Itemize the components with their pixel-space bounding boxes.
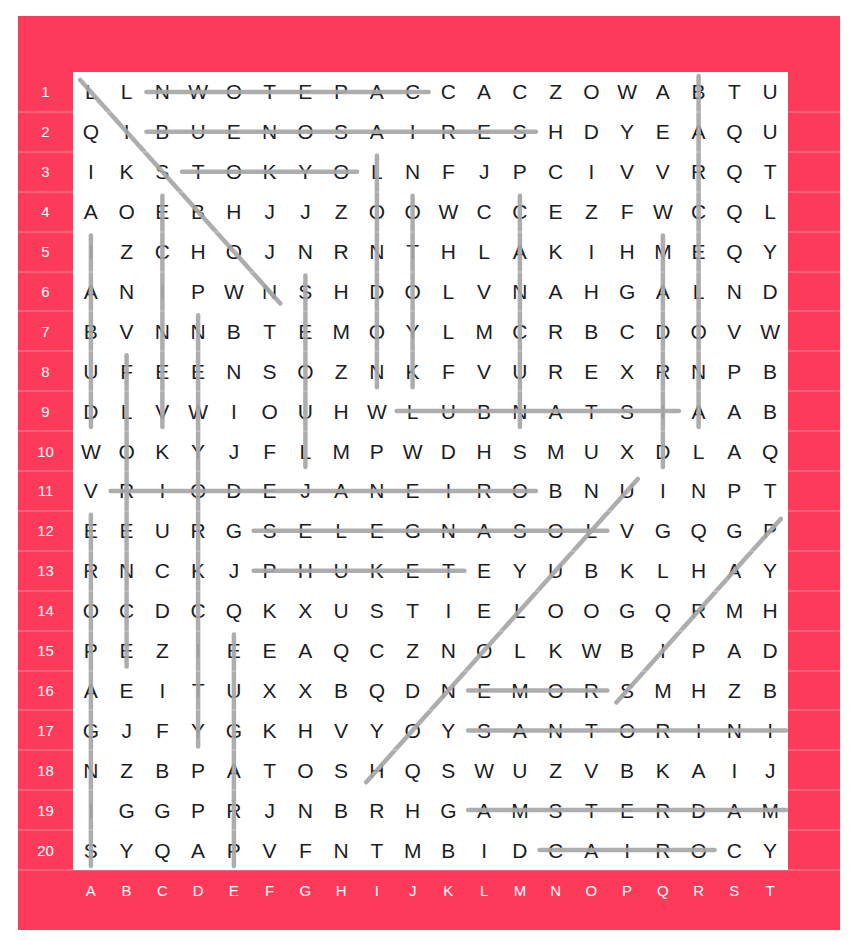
- grid-cell-Q10[interactable]: D: [645, 431, 681, 471]
- grid-cell-E9[interactable]: I: [216, 391, 252, 431]
- grid-cell-A16[interactable]: A: [73, 671, 109, 711]
- grid-cell-N13[interactable]: U: [538, 551, 574, 591]
- grid-cell-N18[interactable]: Z: [538, 750, 574, 790]
- grid-cell-Q6[interactable]: A: [645, 272, 681, 312]
- grid-cell-B19[interactable]: G: [109, 790, 145, 830]
- grid-cell-P8[interactable]: X: [609, 351, 645, 391]
- grid-cell-G13[interactable]: H: [288, 551, 324, 591]
- grid-cell-M6[interactable]: N: [502, 272, 538, 312]
- grid-cell-O20[interactable]: A: [574, 830, 610, 870]
- grid-cell-T11[interactable]: T: [752, 471, 788, 511]
- grid-cell-O2[interactable]: D: [574, 112, 610, 152]
- grid-cell-O3[interactable]: I: [574, 152, 610, 192]
- grid-cell-H15[interactable]: Q: [323, 631, 359, 671]
- grid-cell-K3[interactable]: F: [431, 152, 467, 192]
- grid-cell-M1[interactable]: C: [502, 72, 538, 112]
- grid-cell-G6[interactable]: S: [288, 272, 324, 312]
- grid-cell-D19[interactable]: P: [180, 790, 216, 830]
- grid-cell-A3[interactable]: I: [73, 152, 109, 192]
- grid-cell-O12[interactable]: L: [574, 511, 610, 551]
- grid-cell-S8[interactable]: P: [717, 351, 753, 391]
- grid-cell-B20[interactable]: Y: [109, 830, 145, 870]
- grid-cell-C16[interactable]: I: [145, 671, 181, 711]
- grid-cell-K10[interactable]: D: [431, 431, 467, 471]
- grid-cell-A15[interactable]: P: [73, 631, 109, 671]
- grid-cell-Q4[interactable]: W: [645, 192, 681, 232]
- grid-cell-J19[interactable]: H: [395, 790, 431, 830]
- grid-cell-S14[interactable]: M: [717, 591, 753, 631]
- grid-cell-B17[interactable]: J: [109, 710, 145, 750]
- grid-cell-E2[interactable]: E: [216, 112, 252, 152]
- grid-cell-Q9[interactable]: I: [645, 391, 681, 431]
- grid-cell-J6[interactable]: O: [395, 272, 431, 312]
- grid-cell-T5[interactable]: Y: [752, 232, 788, 272]
- grid-cell-S3[interactable]: Q: [717, 152, 753, 192]
- grid-cell-C4[interactable]: E: [145, 192, 181, 232]
- grid-cell-R14[interactable]: R: [681, 591, 717, 631]
- grid-cell-O9[interactable]: T: [574, 391, 610, 431]
- grid-cell-N2[interactable]: H: [538, 112, 574, 152]
- grid-cell-D16[interactable]: T: [180, 671, 216, 711]
- grid-cell-F8[interactable]: S: [252, 351, 288, 391]
- grid-cell-D4[interactable]: B: [180, 192, 216, 232]
- grid-cell-A2[interactable]: Q: [73, 112, 109, 152]
- grid-cell-G17[interactable]: H: [288, 710, 324, 750]
- grid-cell-O1[interactable]: O: [574, 72, 610, 112]
- grid-cell-K1[interactable]: C: [431, 72, 467, 112]
- grid-cell-F12[interactable]: S: [252, 511, 288, 551]
- grid-cell-M13[interactable]: Y: [502, 551, 538, 591]
- grid-cell-G7[interactable]: E: [288, 311, 324, 351]
- grid-cell-T12[interactable]: P: [752, 511, 788, 551]
- grid-cell-R12[interactable]: Q: [681, 511, 717, 551]
- grid-cell-N11[interactable]: B: [538, 471, 574, 511]
- grid-cell-B10[interactable]: O: [109, 431, 145, 471]
- grid-cell-N12[interactable]: O: [538, 511, 574, 551]
- grid-cell-F10[interactable]: F: [252, 431, 288, 471]
- grid-cell-G19[interactable]: N: [288, 790, 324, 830]
- grid-cell-D7[interactable]: N: [180, 311, 216, 351]
- grid-cell-T1[interactable]: U: [752, 72, 788, 112]
- grid-cell-J5[interactable]: T: [395, 232, 431, 272]
- grid-cell-K15[interactable]: N: [431, 631, 467, 671]
- grid-cell-O15[interactable]: W: [574, 631, 610, 671]
- grid-cell-J11[interactable]: E: [395, 471, 431, 511]
- grid-cell-A8[interactable]: U: [73, 351, 109, 391]
- grid-cell-Q19[interactable]: R: [645, 790, 681, 830]
- grid-cell-F15[interactable]: E: [252, 631, 288, 671]
- grid-cell-P20[interactable]: I: [609, 830, 645, 870]
- grid-cell-O18[interactable]: V: [574, 750, 610, 790]
- grid-cell-E6[interactable]: W: [216, 272, 252, 312]
- grid-cell-I18[interactable]: H: [359, 750, 395, 790]
- grid-cell-Q13[interactable]: L: [645, 551, 681, 591]
- grid-cell-F2[interactable]: N: [252, 112, 288, 152]
- grid-cell-L2[interactable]: E: [466, 112, 502, 152]
- grid-cell-N17[interactable]: N: [538, 710, 574, 750]
- grid-cell-H7[interactable]: M: [323, 311, 359, 351]
- grid-cell-J9[interactable]: L: [395, 391, 431, 431]
- grid-cell-E13[interactable]: J: [216, 551, 252, 591]
- grid-cell-N1[interactable]: Z: [538, 72, 574, 112]
- grid-cell-H19[interactable]: B: [323, 790, 359, 830]
- grid-cell-K13[interactable]: T: [431, 551, 467, 591]
- grid-cell-N19[interactable]: S: [538, 790, 574, 830]
- grid-cell-I15[interactable]: C: [359, 631, 395, 671]
- grid-cell-G11[interactable]: J: [288, 471, 324, 511]
- grid-cell-R1[interactable]: B: [681, 72, 717, 112]
- grid-cell-J16[interactable]: D: [395, 671, 431, 711]
- grid-cell-M5[interactable]: A: [502, 232, 538, 272]
- grid-cell-R16[interactable]: H: [681, 671, 717, 711]
- grid-cell-A18[interactable]: N: [73, 750, 109, 790]
- grid-cell-B11[interactable]: R: [109, 471, 145, 511]
- grid-cell-L20[interactable]: I: [466, 830, 502, 870]
- grid-cell-B6[interactable]: N: [109, 272, 145, 312]
- grid-cell-A17[interactable]: G: [73, 710, 109, 750]
- grid-cell-R17[interactable]: I: [681, 710, 717, 750]
- grid-cell-C20[interactable]: Q: [145, 830, 181, 870]
- grid-cell-M18[interactable]: U: [502, 750, 538, 790]
- grid-cell-F17[interactable]: K: [252, 710, 288, 750]
- grid-cell-R4[interactable]: C: [681, 192, 717, 232]
- grid-cell-P9[interactable]: S: [609, 391, 645, 431]
- grid-cell-L17[interactable]: S: [466, 710, 502, 750]
- grid-cell-I20[interactable]: T: [359, 830, 395, 870]
- grid-cell-B7[interactable]: V: [109, 311, 145, 351]
- grid-cell-N9[interactable]: A: [538, 391, 574, 431]
- grid-cell-N10[interactable]: M: [538, 431, 574, 471]
- grid-cell-J2[interactable]: I: [395, 112, 431, 152]
- grid-cell-I11[interactable]: N: [359, 471, 395, 511]
- grid-cell-A10[interactable]: W: [73, 431, 109, 471]
- grid-cell-I13[interactable]: K: [359, 551, 395, 591]
- grid-cell-H11[interactable]: A: [323, 471, 359, 511]
- grid-cell-N16[interactable]: O: [538, 671, 574, 711]
- grid-cell-I1[interactable]: A: [359, 72, 395, 112]
- grid-cell-O17[interactable]: T: [574, 710, 610, 750]
- grid-cell-P16[interactable]: S: [609, 671, 645, 711]
- grid-cell-L9[interactable]: B: [466, 391, 502, 431]
- grid-cell-I4[interactable]: O: [359, 192, 395, 232]
- grid-cell-L19[interactable]: A: [466, 790, 502, 830]
- grid-cell-O19[interactable]: T: [574, 790, 610, 830]
- grid-cell-I16[interactable]: Q: [359, 671, 395, 711]
- grid-cell-R15[interactable]: P: [681, 631, 717, 671]
- grid-cell-F9[interactable]: O: [252, 391, 288, 431]
- grid-cell-S4[interactable]: Q: [717, 192, 753, 232]
- grid-cell-O10[interactable]: U: [574, 431, 610, 471]
- grid-cell-S18[interactable]: I: [717, 750, 753, 790]
- grid-cell-P6[interactable]: G: [609, 272, 645, 312]
- grid-cell-L12[interactable]: A: [466, 511, 502, 551]
- grid-cell-J4[interactable]: O: [395, 192, 431, 232]
- grid-cell-M12[interactable]: S: [502, 511, 538, 551]
- grid-cell-K2[interactable]: R: [431, 112, 467, 152]
- grid-cell-H9[interactable]: H: [323, 391, 359, 431]
- grid-cell-N5[interactable]: K: [538, 232, 574, 272]
- grid-cell-A12[interactable]: E: [73, 511, 109, 551]
- grid-cell-E8[interactable]: N: [216, 351, 252, 391]
- grid-cell-F20[interactable]: V: [252, 830, 288, 870]
- grid-cell-H18[interactable]: S: [323, 750, 359, 790]
- grid-cell-T2[interactable]: U: [752, 112, 788, 152]
- grid-cell-O13[interactable]: B: [574, 551, 610, 591]
- grid-cell-P2[interactable]: Y: [609, 112, 645, 152]
- grid-cell-B1[interactable]: L: [109, 72, 145, 112]
- grid-cell-M10[interactable]: S: [502, 431, 538, 471]
- grid-cell-T15[interactable]: D: [752, 631, 788, 671]
- grid-cell-J17[interactable]: O: [395, 710, 431, 750]
- grid-cell-O14[interactable]: O: [574, 591, 610, 631]
- grid-cell-B4[interactable]: O: [109, 192, 145, 232]
- grid-cell-B15[interactable]: E: [109, 631, 145, 671]
- grid-cell-H12[interactable]: L: [323, 511, 359, 551]
- grid-cell-P3[interactable]: V: [609, 152, 645, 192]
- grid-cell-K11[interactable]: I: [431, 471, 467, 511]
- grid-cell-T16[interactable]: B: [752, 671, 788, 711]
- grid-cell-S20[interactable]: C: [717, 830, 753, 870]
- grid-cell-J8[interactable]: K: [395, 351, 431, 391]
- grid-cell-O8[interactable]: E: [574, 351, 610, 391]
- grid-cell-B13[interactable]: N: [109, 551, 145, 591]
- grid-cell-M4[interactable]: C: [502, 192, 538, 232]
- grid-cell-O16[interactable]: R: [574, 671, 610, 711]
- grid-cell-K5[interactable]: H: [431, 232, 467, 272]
- grid-cell-I6[interactable]: D: [359, 272, 395, 312]
- grid-cell-E11[interactable]: D: [216, 471, 252, 511]
- grid-cell-D11[interactable]: O: [180, 471, 216, 511]
- grid-cell-B5[interactable]: Z: [109, 232, 145, 272]
- grid-cell-G10[interactable]: L: [288, 431, 324, 471]
- grid-cell-F3[interactable]: K: [252, 152, 288, 192]
- grid-cell-I7[interactable]: O: [359, 311, 395, 351]
- grid-cell-M14[interactable]: L: [502, 591, 538, 631]
- grid-cell-T9[interactable]: B: [752, 391, 788, 431]
- grid-cell-P12[interactable]: V: [609, 511, 645, 551]
- grid-cell-H4[interactable]: Z: [323, 192, 359, 232]
- grid-cell-Q17[interactable]: R: [645, 710, 681, 750]
- grid-cell-D17[interactable]: Y: [180, 710, 216, 750]
- grid-cell-J3[interactable]: N: [395, 152, 431, 192]
- grid-cell-S1[interactable]: T: [717, 72, 753, 112]
- grid-cell-D10[interactable]: Y: [180, 431, 216, 471]
- grid-cell-E17[interactable]: G: [216, 710, 252, 750]
- grid-cell-S6[interactable]: N: [717, 272, 753, 312]
- grid-cell-P5[interactable]: H: [609, 232, 645, 272]
- grid-cell-E18[interactable]: A: [216, 750, 252, 790]
- grid-cell-T20[interactable]: Y: [752, 830, 788, 870]
- grid-cell-L13[interactable]: E: [466, 551, 502, 591]
- grid-cell-N20[interactable]: C: [538, 830, 574, 870]
- grid-cell-T13[interactable]: Y: [752, 551, 788, 591]
- grid-cell-T19[interactable]: M: [752, 790, 788, 830]
- grid-cell-R19[interactable]: D: [681, 790, 717, 830]
- grid-cell-F7[interactable]: T: [252, 311, 288, 351]
- grid-cell-E1[interactable]: O: [216, 72, 252, 112]
- grid-cell-R13[interactable]: H: [681, 551, 717, 591]
- grid-cell-M17[interactable]: A: [502, 710, 538, 750]
- grid-cell-T10[interactable]: Q: [752, 431, 788, 471]
- grid-cell-S10[interactable]: A: [717, 431, 753, 471]
- grid-cell-R20[interactable]: O: [681, 830, 717, 870]
- grid-cell-T14[interactable]: H: [752, 591, 788, 631]
- grid-cell-G1[interactable]: E: [288, 72, 324, 112]
- grid-cell-P14[interactable]: G: [609, 591, 645, 631]
- grid-cell-I2[interactable]: A: [359, 112, 395, 152]
- grid-cell-K8[interactable]: F: [431, 351, 467, 391]
- grid-cell-N6[interactable]: A: [538, 272, 574, 312]
- grid-cell-S13[interactable]: A: [717, 551, 753, 591]
- grid-cell-B14[interactable]: C: [109, 591, 145, 631]
- grid-cell-F19[interactable]: J: [252, 790, 288, 830]
- grid-cell-H14[interactable]: U: [323, 591, 359, 631]
- grid-cell-P10[interactable]: X: [609, 431, 645, 471]
- grid-cell-H5[interactable]: R: [323, 232, 359, 272]
- grid-cell-P4[interactable]: F: [609, 192, 645, 232]
- grid-cell-E3[interactable]: O: [216, 152, 252, 192]
- grid-cell-H6[interactable]: H: [323, 272, 359, 312]
- grid-cell-N4[interactable]: E: [538, 192, 574, 232]
- grid-cell-M7[interactable]: C: [502, 311, 538, 351]
- grid-cell-B18[interactable]: Z: [109, 750, 145, 790]
- grid-cell-S17[interactable]: N: [717, 710, 753, 750]
- grid-cell-S16[interactable]: Z: [717, 671, 753, 711]
- grid-cell-B8[interactable]: F: [109, 351, 145, 391]
- grid-cell-H1[interactable]: P: [323, 72, 359, 112]
- grid-cell-G14[interactable]: X: [288, 591, 324, 631]
- grid-cell-R9[interactable]: A: [681, 391, 717, 431]
- grid-cell-F6[interactable]: N: [252, 272, 288, 312]
- grid-cell-S5[interactable]: Q: [717, 232, 753, 272]
- grid-cell-Q1[interactable]: A: [645, 72, 681, 112]
- grid-cell-R3[interactable]: R: [681, 152, 717, 192]
- grid-cell-S9[interactable]: A: [717, 391, 753, 431]
- grid-cell-C13[interactable]: C: [145, 551, 181, 591]
- grid-cell-E7[interactable]: B: [216, 311, 252, 351]
- grid-cell-A5[interactable]: I: [73, 232, 109, 272]
- grid-cell-C17[interactable]: F: [145, 710, 181, 750]
- grid-cell-D6[interactable]: P: [180, 272, 216, 312]
- grid-cell-A11[interactable]: V: [73, 471, 109, 511]
- grid-cell-H8[interactable]: Z: [323, 351, 359, 391]
- grid-cell-L14[interactable]: E: [466, 591, 502, 631]
- grid-cell-K17[interactable]: Y: [431, 710, 467, 750]
- grid-cell-J1[interactable]: C: [395, 72, 431, 112]
- grid-cell-O6[interactable]: H: [574, 272, 610, 312]
- grid-cell-E10[interactable]: J: [216, 431, 252, 471]
- grid-cell-I12[interactable]: E: [359, 511, 395, 551]
- grid-cell-A9[interactable]: D: [73, 391, 109, 431]
- grid-cell-O5[interactable]: I: [574, 232, 610, 272]
- grid-cell-B16[interactable]: E: [109, 671, 145, 711]
- grid-cell-E16[interactable]: U: [216, 671, 252, 711]
- grid-cell-M15[interactable]: L: [502, 631, 538, 671]
- grid-cell-H2[interactable]: S: [323, 112, 359, 152]
- grid-cell-K20[interactable]: B: [431, 830, 467, 870]
- grid-cell-P1[interactable]: W: [609, 72, 645, 112]
- grid-cell-M8[interactable]: U: [502, 351, 538, 391]
- grid-cell-D1[interactable]: W: [180, 72, 216, 112]
- grid-cell-N7[interactable]: R: [538, 311, 574, 351]
- grid-cell-D20[interactable]: A: [180, 830, 216, 870]
- grid-cell-J10[interactable]: W: [395, 431, 431, 471]
- grid-cell-J13[interactable]: E: [395, 551, 431, 591]
- grid-cell-H10[interactable]: M: [323, 431, 359, 471]
- grid-cell-Q5[interactable]: M: [645, 232, 681, 272]
- grid-cell-I9[interactable]: W: [359, 391, 395, 431]
- grid-cell-L18[interactable]: W: [466, 750, 502, 790]
- grid-cell-R18[interactable]: A: [681, 750, 717, 790]
- grid-cell-L15[interactable]: O: [466, 631, 502, 671]
- grid-cell-J15[interactable]: Z: [395, 631, 431, 671]
- grid-cell-R7[interactable]: O: [681, 311, 717, 351]
- grid-cell-D14[interactable]: C: [180, 591, 216, 631]
- grid-cell-T7[interactable]: W: [752, 311, 788, 351]
- grid-cell-K9[interactable]: U: [431, 391, 467, 431]
- grid-cell-R2[interactable]: A: [681, 112, 717, 152]
- grid-cell-C3[interactable]: S: [145, 152, 181, 192]
- grid-cell-N15[interactable]: K: [538, 631, 574, 671]
- grid-cell-D9[interactable]: W: [180, 391, 216, 431]
- grid-cell-F13[interactable]: P: [252, 551, 288, 591]
- grid-cell-B9[interactable]: L: [109, 391, 145, 431]
- grid-cell-E15[interactable]: E: [216, 631, 252, 671]
- grid-cell-G2[interactable]: O: [288, 112, 324, 152]
- grid-cell-Q8[interactable]: R: [645, 351, 681, 391]
- grid-cell-J14[interactable]: T: [395, 591, 431, 631]
- grid-cell-Q2[interactable]: E: [645, 112, 681, 152]
- grid-cell-F14[interactable]: K: [252, 591, 288, 631]
- grid-cell-C14[interactable]: D: [145, 591, 181, 631]
- grid-cell-J7[interactable]: Y: [395, 311, 431, 351]
- grid-cell-A1[interactable]: L: [73, 72, 109, 112]
- grid-cell-O11[interactable]: N: [574, 471, 610, 511]
- grid-cell-D12[interactable]: R: [180, 511, 216, 551]
- grid-cell-I14[interactable]: S: [359, 591, 395, 631]
- grid-cell-B3[interactable]: K: [109, 152, 145, 192]
- grid-cell-L5[interactable]: L: [466, 232, 502, 272]
- grid-cell-S2[interactable]: Q: [717, 112, 753, 152]
- grid-cell-L3[interactable]: J: [466, 152, 502, 192]
- grid-cell-B12[interactable]: E: [109, 511, 145, 551]
- grid-cell-D3[interactable]: T: [180, 152, 216, 192]
- grid-cell-D13[interactable]: K: [180, 551, 216, 591]
- grid-cell-M11[interactable]: O: [502, 471, 538, 511]
- grid-cell-L4[interactable]: C: [466, 192, 502, 232]
- grid-cell-R11[interactable]: N: [681, 471, 717, 511]
- grid-cell-D15[interactable]: I: [180, 631, 216, 671]
- grid-cell-F5[interactable]: J: [252, 232, 288, 272]
- grid-cell-H3[interactable]: O: [323, 152, 359, 192]
- grid-cell-S12[interactable]: G: [717, 511, 753, 551]
- grid-cell-Q11[interactable]: I: [645, 471, 681, 511]
- grid-cell-T17[interactable]: I: [752, 710, 788, 750]
- grid-cell-Q20[interactable]: R: [645, 830, 681, 870]
- grid-cell-M20[interactable]: D: [502, 830, 538, 870]
- grid-cell-G12[interactable]: E: [288, 511, 324, 551]
- grid-cell-K4[interactable]: W: [431, 192, 467, 232]
- grid-cell-C15[interactable]: Z: [145, 631, 181, 671]
- grid-cell-L16[interactable]: E: [466, 671, 502, 711]
- grid-cell-E12[interactable]: G: [216, 511, 252, 551]
- grid-cell-E19[interactable]: R: [216, 790, 252, 830]
- grid-cell-F16[interactable]: X: [252, 671, 288, 711]
- grid-cell-K7[interactable]: L: [431, 311, 467, 351]
- grid-cell-L8[interactable]: V: [466, 351, 502, 391]
- grid-cell-F4[interactable]: J: [252, 192, 288, 232]
- grid-cell-C8[interactable]: E: [145, 351, 181, 391]
